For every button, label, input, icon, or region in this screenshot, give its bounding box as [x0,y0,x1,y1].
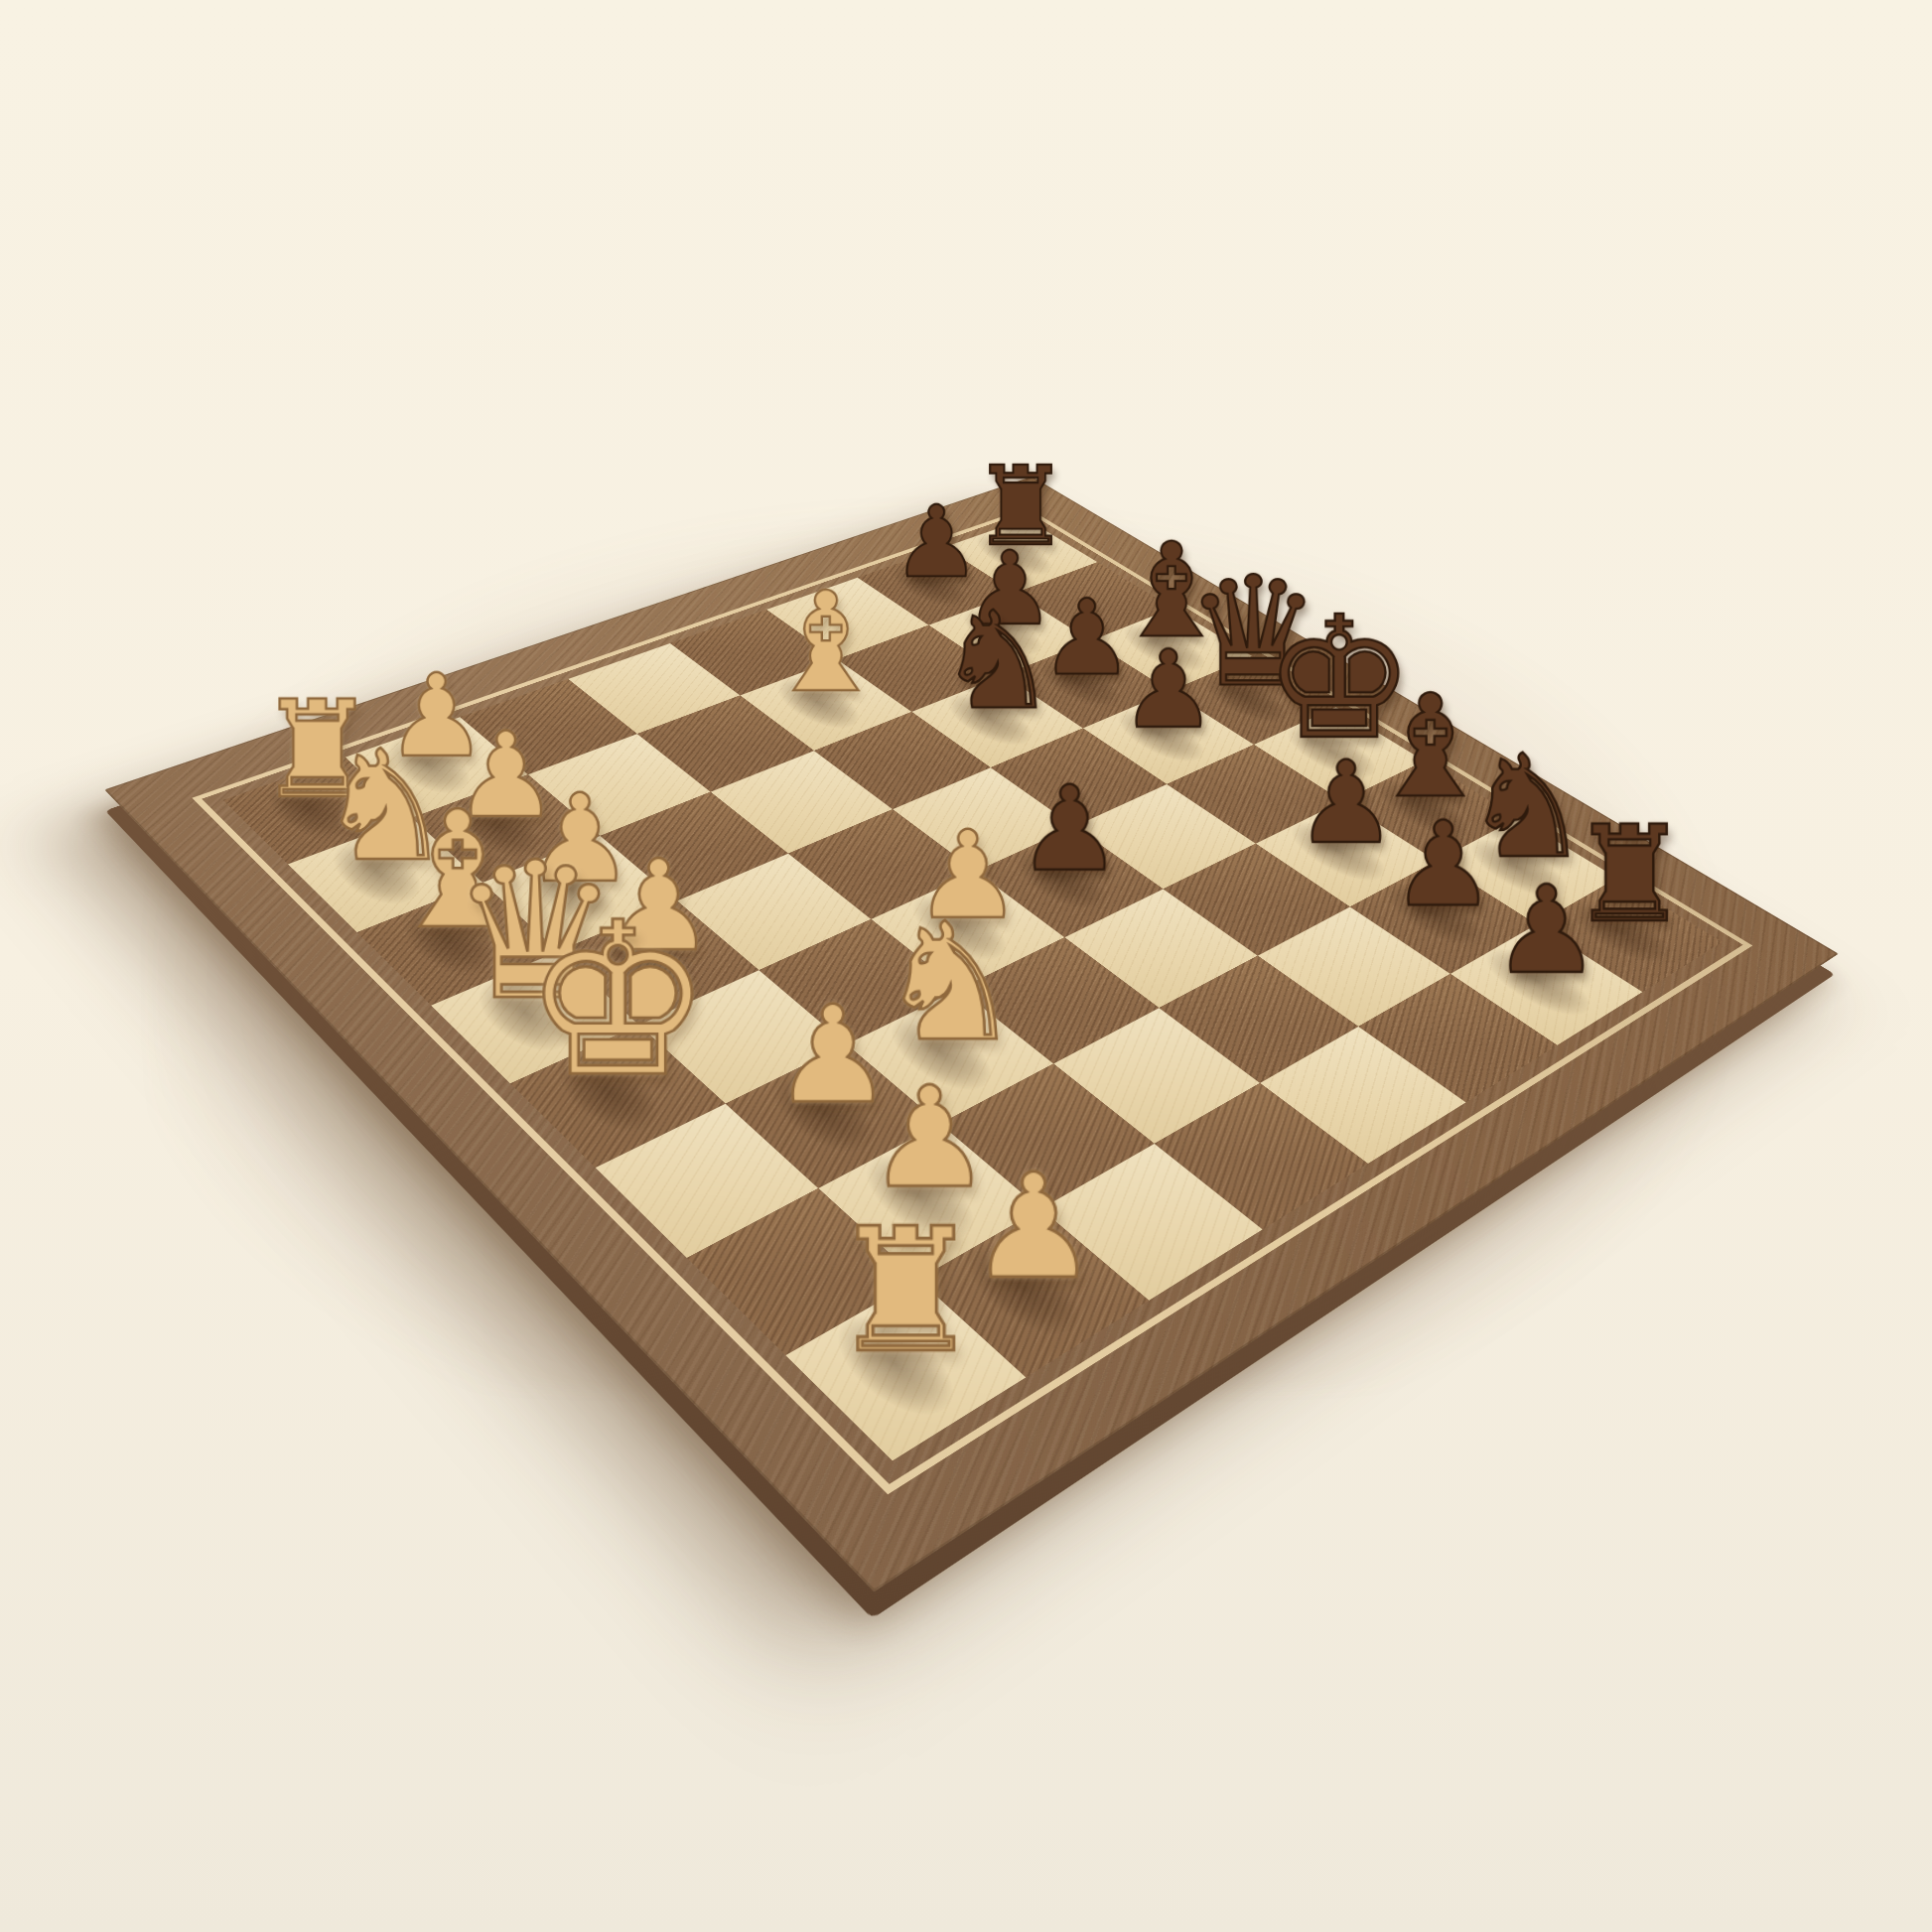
piece-black-pawn-h7[interactable]: ♟ [1492,870,1600,990]
photo-background: { "game": "chess", "position": { "fen": … [0,0,1932,1932]
piece-white-rook-h1[interactable]: ♜ [829,1206,982,1377]
piece-white-king-e1[interactable]: ♚ [523,895,713,1106]
chessboard: ♜♝♛♚♝♞♜♟♟♟♟♟♟♟♞♟♝♟♞♟♟♟♟♟♟♟♜♞♝♛♚♜ [104,477,1839,1592]
piece-black-pawn-e5[interactable]: ♟ [1017,770,1122,888]
board-grid: ♜♝♛♚♝♞♜♟♟♟♟♟♟♟♞♟♝♟♞♟♟♟♟♟♟♟♜♞♝♛♚♜ [222,518,1723,1460]
piece-black-knight-c6[interactable]: ♞ [937,594,1057,728]
piece-black-pawn-d7[interactable]: ♟ [1121,636,1217,744]
piece-white-pawn-h2[interactable]: ♟ [969,1155,1098,1299]
piece-white-bishop-b5[interactable]: ♝ [764,574,889,712]
piece-black-pawn-f7[interactable]: ♟ [1296,746,1397,859]
piece-white-knight-f3[interactable]: ♞ [878,901,1024,1063]
piece-black-pawn-g7[interactable]: ♟ [1391,806,1496,923]
scene: ♜♝♛♚♝♞♜♟♟♟♟♟♟♟♞♟♝♟♞♟♟♟♟♟♟♟♜♞♝♛♚♜ [0,0,1932,1932]
